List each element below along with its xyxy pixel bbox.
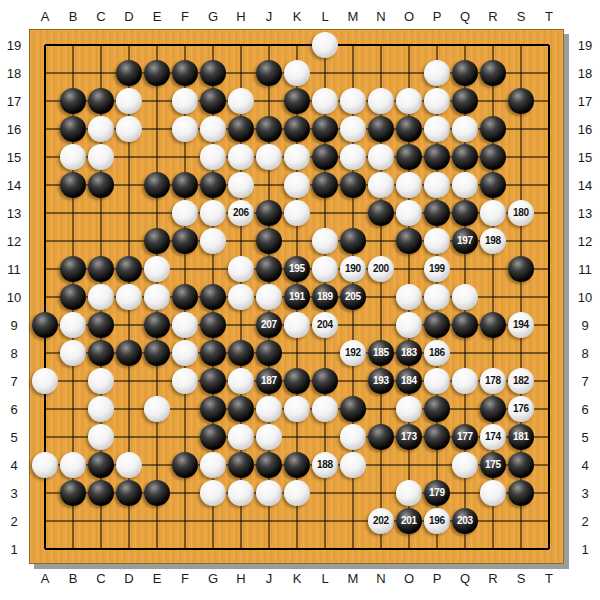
stone-white-Q16[interactable]	[452, 116, 478, 142]
stone-white-H15[interactable]	[228, 144, 254, 170]
col-label-bottom: H	[236, 571, 245, 586]
stone-black-E14[interactable]	[144, 172, 170, 198]
stone-black-Q5[interactable]: 177	[452, 424, 478, 450]
stone-white-J15[interactable]	[256, 144, 282, 170]
stone-white-A4[interactable]	[32, 452, 58, 478]
stone-black-H6[interactable]	[228, 396, 254, 422]
col-label-bottom: T	[545, 571, 553, 586]
col-label-bottom: A	[41, 571, 50, 586]
stone-white-O3[interactable]	[396, 480, 422, 506]
row-label-right: 12	[578, 234, 592, 249]
stone-white-C6[interactable]	[88, 396, 114, 422]
stone-white-E11[interactable]	[144, 256, 170, 282]
stone-black-B17[interactable]	[60, 88, 86, 114]
col-label-top: L	[321, 9, 328, 24]
stone-black-F4[interactable]	[172, 452, 198, 478]
stone-black-L10[interactable]: 189	[312, 284, 338, 310]
stone-white-G16[interactable]	[200, 116, 226, 142]
col-label-bottom: S	[517, 571, 526, 586]
row-label-left: 13	[7, 206, 21, 221]
move-number-label: 195	[289, 264, 305, 274]
stone-white-K18[interactable]	[284, 60, 310, 86]
stone-white-K9[interactable]	[284, 312, 310, 338]
stone-white-A7[interactable]	[32, 368, 58, 394]
move-number-label: 201	[401, 516, 417, 526]
stone-white-S13[interactable]: 180	[508, 200, 534, 226]
stone-white-O9[interactable]	[396, 312, 422, 338]
stone-black-G8[interactable]	[200, 340, 226, 366]
stone-white-O10[interactable]	[396, 284, 422, 310]
move-number-label: 194	[513, 320, 529, 330]
stone-white-D16[interactable]	[116, 116, 142, 142]
stone-black-D8[interactable]	[116, 340, 142, 366]
stone-white-B8[interactable]	[60, 340, 86, 366]
col-label-top: A	[41, 9, 50, 24]
stone-white-G13[interactable]	[200, 200, 226, 226]
row-label-left: 11	[7, 262, 21, 277]
col-label-bottom: K	[293, 571, 302, 586]
stone-white-P11[interactable]: 199	[424, 256, 450, 282]
stone-black-N5[interactable]	[368, 424, 394, 450]
row-label-right: 17	[578, 94, 592, 109]
stone-black-D18[interactable]	[116, 60, 142, 86]
stone-white-D17[interactable]	[116, 88, 142, 114]
stone-black-K10[interactable]: 191	[284, 284, 310, 310]
stone-black-O16[interactable]	[396, 116, 422, 142]
stone-black-O7[interactable]: 184	[396, 368, 422, 394]
stone-black-R18[interactable]	[480, 60, 506, 86]
stone-white-J5[interactable]	[256, 424, 282, 450]
stone-white-R3[interactable]	[480, 480, 506, 506]
stone-black-M6[interactable]	[340, 396, 366, 422]
stone-black-G14[interactable]	[200, 172, 226, 198]
row-label-left: 10	[7, 290, 21, 305]
stone-white-E6[interactable]	[144, 396, 170, 422]
row-label-left: 6	[10, 402, 17, 417]
stone-black-M10[interactable]: 205	[340, 284, 366, 310]
stone-white-E10[interactable]	[144, 284, 170, 310]
stone-black-E9[interactable]	[144, 312, 170, 338]
stone-white-H17[interactable]	[228, 88, 254, 114]
stone-white-M17[interactable]	[340, 88, 366, 114]
stone-black-H4[interactable]	[228, 452, 254, 478]
stone-white-G4[interactable]	[200, 452, 226, 478]
stone-white-J6[interactable]	[256, 396, 282, 422]
col-label-bottom: G	[208, 571, 218, 586]
stone-black-K17[interactable]	[284, 88, 310, 114]
stone-black-S11[interactable]	[508, 256, 534, 282]
stone-black-L7[interactable]	[312, 368, 338, 394]
stone-white-C5[interactable]	[88, 424, 114, 450]
stone-black-K4[interactable]	[284, 452, 310, 478]
stone-white-M11[interactable]: 190	[340, 256, 366, 282]
stone-black-P9[interactable]	[424, 312, 450, 338]
stone-white-M5[interactable]	[340, 424, 366, 450]
stone-black-J18[interactable]	[256, 60, 282, 86]
stone-white-K14[interactable]	[284, 172, 310, 198]
col-label-top: M	[348, 9, 359, 24]
col-label-bottom: Q	[460, 571, 470, 586]
stone-black-G9[interactable]	[200, 312, 226, 338]
stone-black-R9[interactable]	[480, 312, 506, 338]
stone-black-P13[interactable]	[424, 200, 450, 226]
move-number-label: 185	[373, 348, 389, 358]
stone-white-P2[interactable]: 196	[424, 508, 450, 534]
stone-white-R12[interactable]: 198	[480, 228, 506, 254]
row-label-left: 19	[7, 38, 21, 53]
stone-black-B14[interactable]	[60, 172, 86, 198]
stone-black-A9[interactable]	[32, 312, 58, 338]
col-label-bottom: F	[181, 571, 189, 586]
stone-white-M8[interactable]: 192	[340, 340, 366, 366]
stone-black-L14[interactable]	[312, 172, 338, 198]
move-number-label: 189	[317, 292, 333, 302]
stone-white-D4[interactable]	[116, 452, 142, 478]
stone-white-R13[interactable]	[480, 200, 506, 226]
row-label-right: 18	[578, 66, 592, 81]
stone-black-G10[interactable]	[200, 284, 226, 310]
move-number-label: 203	[457, 516, 473, 526]
stone-black-J12[interactable]	[256, 228, 282, 254]
stone-black-N8[interactable]: 185	[368, 340, 394, 366]
move-number-label: 207	[261, 320, 277, 330]
stone-black-J8[interactable]	[256, 340, 282, 366]
stone-white-L4[interactable]: 188	[312, 452, 338, 478]
col-label-top: D	[124, 9, 133, 24]
stone-white-Q4[interactable]	[452, 452, 478, 478]
stone-white-B4[interactable]	[60, 452, 86, 478]
stone-black-R14[interactable]	[480, 172, 506, 198]
stone-black-R15[interactable]	[480, 144, 506, 170]
stone-black-J16[interactable]	[256, 116, 282, 142]
stone-black-S17[interactable]	[508, 88, 534, 114]
row-label-right: 16	[578, 122, 592, 137]
stone-white-B9[interactable]	[60, 312, 86, 338]
stone-black-J7[interactable]: 187	[256, 368, 282, 394]
stone-black-J9[interactable]: 207	[256, 312, 282, 338]
stone-black-Q15[interactable]	[452, 144, 478, 170]
move-number-label: 205	[345, 292, 361, 302]
stone-white-L6[interactable]	[312, 396, 338, 422]
move-number-label: 200	[373, 264, 389, 274]
stone-black-Q12[interactable]: 197	[452, 228, 478, 254]
stone-white-F13[interactable]	[172, 200, 198, 226]
stone-black-H16[interactable]	[228, 116, 254, 142]
col-label-bottom: B	[69, 571, 78, 586]
stone-white-H3[interactable]	[228, 480, 254, 506]
col-label-top: P	[433, 9, 442, 24]
row-label-left: 5	[10, 430, 17, 445]
stone-white-K6[interactable]	[284, 396, 310, 422]
stone-white-H7[interactable]	[228, 368, 254, 394]
stone-black-P3[interactable]: 179	[424, 480, 450, 506]
stone-white-P17[interactable]	[424, 88, 450, 114]
col-label-bottom: E	[153, 571, 162, 586]
stone-black-M12[interactable]	[340, 228, 366, 254]
stone-white-P14[interactable]	[424, 172, 450, 198]
stone-black-Q9[interactable]	[452, 312, 478, 338]
row-label-right: 1	[581, 542, 588, 557]
stone-white-C10[interactable]	[88, 284, 114, 310]
stone-black-J11[interactable]	[256, 256, 282, 282]
row-label-right: 9	[581, 318, 588, 333]
stone-black-F12[interactable]	[172, 228, 198, 254]
row-label-right: 15	[578, 150, 592, 165]
col-label-bottom: M	[348, 571, 359, 586]
row-label-right: 8	[581, 346, 588, 361]
stone-white-L19[interactable]	[312, 32, 338, 58]
stone-white-H11[interactable]	[228, 256, 254, 282]
move-number-label: 177	[457, 432, 473, 442]
stone-black-L15[interactable]	[312, 144, 338, 170]
stone-white-L9[interactable]: 204	[312, 312, 338, 338]
row-label-left: 3	[10, 486, 17, 501]
stone-black-B16[interactable]	[60, 116, 86, 142]
col-label-bottom: O	[404, 571, 414, 586]
stone-white-L17[interactable]	[312, 88, 338, 114]
stone-black-R4[interactable]: 175	[480, 452, 506, 478]
stone-black-D3[interactable]	[116, 480, 142, 506]
stone-black-D11[interactable]	[116, 256, 142, 282]
stone-black-C9[interactable]	[88, 312, 114, 338]
stone-white-S6[interactable]: 176	[508, 396, 534, 422]
stone-white-B15[interactable]	[60, 144, 86, 170]
stone-black-E8[interactable]	[144, 340, 170, 366]
stone-white-C15[interactable]	[88, 144, 114, 170]
stone-white-L11[interactable]	[312, 256, 338, 282]
stone-black-J13[interactable]	[256, 200, 282, 226]
row-label-left: 1	[10, 542, 17, 557]
col-label-top: O	[404, 9, 414, 24]
move-number-label: 178	[485, 376, 501, 386]
stone-white-R7[interactable]: 178	[480, 368, 506, 394]
stone-black-O2[interactable]: 201	[396, 508, 422, 534]
stone-white-G15[interactable]	[200, 144, 226, 170]
col-label-top: K	[293, 9, 302, 24]
col-label-top: E	[153, 9, 162, 24]
row-label-right: 4	[581, 458, 588, 473]
col-label-top: Q	[460, 9, 470, 24]
stone-white-J10[interactable]	[256, 284, 282, 310]
stone-white-J3[interactable]	[256, 480, 282, 506]
stone-black-C17[interactable]	[88, 88, 114, 114]
stone-black-S5[interactable]: 181	[508, 424, 534, 450]
stone-black-S4[interactable]	[508, 452, 534, 478]
stone-white-F8[interactable]	[172, 340, 198, 366]
stone-black-K16[interactable]	[284, 116, 310, 142]
stone-white-P12[interactable]	[424, 228, 450, 254]
stone-white-O13[interactable]	[396, 200, 422, 226]
stone-black-H8[interactable]	[228, 340, 254, 366]
stone-black-G17[interactable]	[200, 88, 226, 114]
stone-black-L16[interactable]	[312, 116, 338, 142]
stone-white-M15[interactable]	[340, 144, 366, 170]
stone-white-F17[interactable]	[172, 88, 198, 114]
stone-black-Q17[interactable]	[452, 88, 478, 114]
move-number-label: 183	[401, 348, 417, 358]
stone-white-O14[interactable]	[396, 172, 422, 198]
stone-white-P18[interactable]	[424, 60, 450, 86]
col-label-bottom: R	[488, 571, 497, 586]
stone-white-F7[interactable]	[172, 368, 198, 394]
col-label-bottom: C	[96, 571, 105, 586]
row-label-right: 14	[578, 178, 592, 193]
move-number-label: 187	[261, 376, 277, 386]
col-label-top: S	[517, 9, 526, 24]
row-label-left: 18	[7, 66, 21, 81]
stone-white-N15[interactable]	[368, 144, 394, 170]
stone-white-Q14[interactable]	[452, 172, 478, 198]
stone-white-R5[interactable]: 174	[480, 424, 506, 450]
stone-white-D10[interactable]	[116, 284, 142, 310]
stone-black-Q2[interactable]: 203	[452, 508, 478, 534]
stone-white-F16[interactable]	[172, 116, 198, 142]
row-label-left: 17	[7, 94, 21, 109]
stone-white-P8[interactable]: 186	[424, 340, 450, 366]
stone-white-O17[interactable]	[396, 88, 422, 114]
move-number-label: 182	[513, 376, 529, 386]
move-number-label: 181	[513, 432, 529, 442]
move-number-label: 190	[345, 264, 361, 274]
stone-black-F14[interactable]	[172, 172, 198, 198]
stone-black-Q13[interactable]	[452, 200, 478, 226]
move-number-label: 197	[457, 236, 473, 246]
move-number-label: 175	[485, 460, 501, 470]
col-label-top: N	[376, 9, 385, 24]
stone-black-C14[interactable]	[88, 172, 114, 198]
stone-white-K13[interactable]	[284, 200, 310, 226]
stone-black-B10[interactable]	[60, 284, 86, 310]
stone-white-C16[interactable]	[88, 116, 114, 142]
stone-black-B3[interactable]	[60, 480, 86, 506]
stone-black-G7[interactable]	[200, 368, 226, 394]
stone-white-C7[interactable]	[88, 368, 114, 394]
move-number-label: 174	[485, 432, 501, 442]
stone-black-Q18[interactable]	[452, 60, 478, 86]
stone-white-M16[interactable]	[340, 116, 366, 142]
stone-black-P6[interactable]	[424, 396, 450, 422]
col-label-top: J	[266, 9, 273, 24]
stone-black-N13[interactable]	[368, 200, 394, 226]
stone-white-Q10[interactable]	[452, 284, 478, 310]
stone-white-P16[interactable]	[424, 116, 450, 142]
move-number-label: 173	[401, 432, 417, 442]
stone-white-N14[interactable]	[368, 172, 394, 198]
move-number-label: 202	[373, 516, 389, 526]
move-number-label: 184	[401, 376, 417, 386]
stone-black-G18[interactable]	[200, 60, 226, 86]
stone-black-C8[interactable]	[88, 340, 114, 366]
move-number-label: 176	[513, 404, 529, 414]
stone-white-G3[interactable]	[200, 480, 226, 506]
stone-black-N16[interactable]	[368, 116, 394, 142]
stone-black-E18[interactable]	[144, 60, 170, 86]
col-label-bottom: L	[321, 571, 328, 586]
col-label-top: H	[236, 9, 245, 24]
stone-white-H5[interactable]	[228, 424, 254, 450]
stone-black-F18[interactable]	[172, 60, 198, 86]
stone-black-J4[interactable]	[256, 452, 282, 478]
move-number-label: 180	[513, 208, 529, 218]
stone-black-P15[interactable]	[424, 144, 450, 170]
col-label-top: F	[181, 9, 189, 24]
stone-white-F9[interactable]	[172, 312, 198, 338]
move-number-label: 193	[373, 376, 389, 386]
row-label-right: 11	[578, 262, 592, 277]
stone-white-N2[interactable]: 202	[368, 508, 394, 534]
stone-black-N7[interactable]: 193	[368, 368, 394, 394]
col-label-bottom: P	[433, 571, 442, 586]
row-label-left: 15	[7, 150, 21, 165]
stone-white-H10[interactable]	[228, 284, 254, 310]
row-label-right: 3	[581, 486, 588, 501]
move-number-label: 186	[429, 348, 445, 358]
col-label-top: B	[69, 9, 78, 24]
stone-black-S3[interactable]	[508, 480, 534, 506]
stone-black-K7[interactable]	[284, 368, 310, 394]
row-label-left: 16	[7, 122, 21, 137]
stone-black-R6[interactable]	[480, 396, 506, 422]
stone-white-K3[interactable]	[284, 480, 310, 506]
stone-black-P5[interactable]	[424, 424, 450, 450]
stone-black-G5[interactable]	[200, 424, 226, 450]
stone-white-P7[interactable]	[424, 368, 450, 394]
stone-black-G6[interactable]	[200, 396, 226, 422]
stone-black-B11[interactable]	[60, 256, 86, 282]
stone-black-C4[interactable]	[88, 452, 114, 478]
row-label-right: 2	[581, 514, 588, 529]
move-number-label: 196	[429, 516, 445, 526]
stone-white-Q7[interactable]	[452, 368, 478, 394]
stone-black-C3[interactable]	[88, 480, 114, 506]
stone-white-O6[interactable]	[396, 396, 422, 422]
stone-black-K11[interactable]: 195	[284, 256, 310, 282]
stone-black-O5[interactable]: 173	[396, 424, 422, 450]
stone-white-H13[interactable]: 206	[228, 200, 254, 226]
stone-white-K15[interactable]	[284, 144, 310, 170]
stone-black-M14[interactable]	[340, 172, 366, 198]
row-label-left: 4	[10, 458, 17, 473]
row-label-left: 8	[10, 346, 17, 361]
stone-black-R16[interactable]	[480, 116, 506, 142]
col-label-top: R	[488, 9, 497, 24]
stone-black-O8[interactable]: 183	[396, 340, 422, 366]
stone-black-E12[interactable]	[144, 228, 170, 254]
go-board-stage: AABBCCDDEEFFGGHHJJKKLLMMNNOOPPQQRRSSTT19…	[0, 0, 600, 600]
stone-white-S7[interactable]: 182	[508, 368, 534, 394]
row-label-right: 7	[581, 374, 588, 389]
move-number-label: 179	[429, 488, 445, 498]
row-label-left: 2	[10, 514, 17, 529]
stone-white-S9[interactable]: 194	[508, 312, 534, 338]
stone-black-E3[interactable]	[144, 480, 170, 506]
stone-black-O12[interactable]	[396, 228, 422, 254]
stone-black-C11[interactable]	[88, 256, 114, 282]
stone-white-M4[interactable]	[340, 452, 366, 478]
stone-white-G12[interactable]	[200, 228, 226, 254]
stone-black-O15[interactable]	[396, 144, 422, 170]
move-number-label: 188	[317, 460, 333, 470]
move-number-label: 191	[289, 292, 305, 302]
stone-white-H14[interactable]	[228, 172, 254, 198]
stone-white-N11[interactable]: 200	[368, 256, 394, 282]
stone-white-P10[interactable]	[424, 284, 450, 310]
col-label-bottom: N	[376, 571, 385, 586]
stone-black-F10[interactable]	[172, 284, 198, 310]
row-label-left: 9	[10, 318, 17, 333]
stone-white-N17[interactable]	[368, 88, 394, 114]
stone-white-L12[interactable]	[312, 228, 338, 254]
